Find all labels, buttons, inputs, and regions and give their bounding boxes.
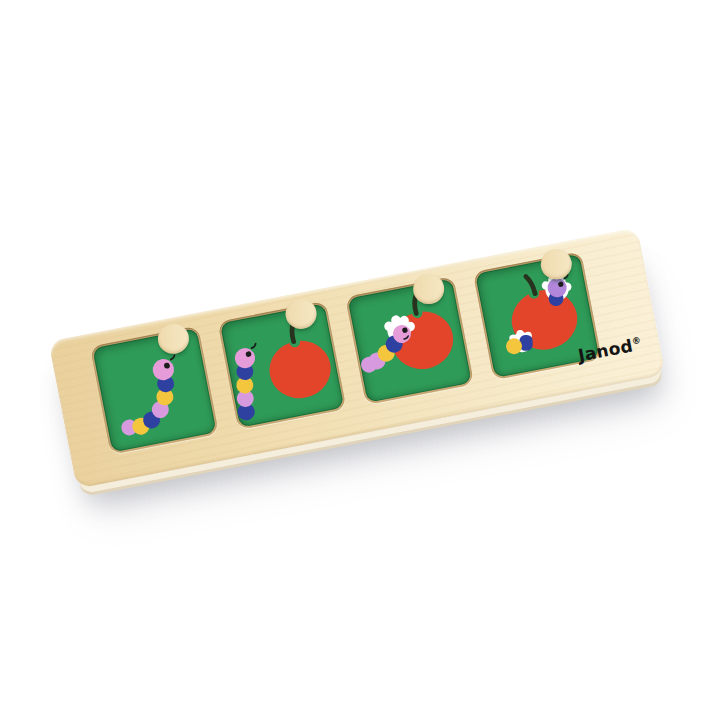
caterpillar-biting-apple-illustration: [348, 278, 472, 402]
product-photo-scene: Janod®: [0, 0, 720, 720]
puzzle-tile-2[interactable]: [220, 303, 344, 427]
puzzle-board: Janod®: [48, 227, 666, 489]
tile-grid: [90, 251, 602, 454]
registered-trademark-icon: ®: [631, 335, 642, 347]
caterpillar-and-apple-illustration: [220, 303, 344, 427]
puzzle-tile-3[interactable]: [348, 278, 472, 402]
puzzle-tile-1[interactable]: [92, 328, 216, 452]
tile-well-2: [218, 301, 347, 430]
caterpillar-illustration: [92, 328, 216, 452]
tile-well-1: [90, 326, 219, 455]
tile-well-3: [345, 276, 474, 405]
